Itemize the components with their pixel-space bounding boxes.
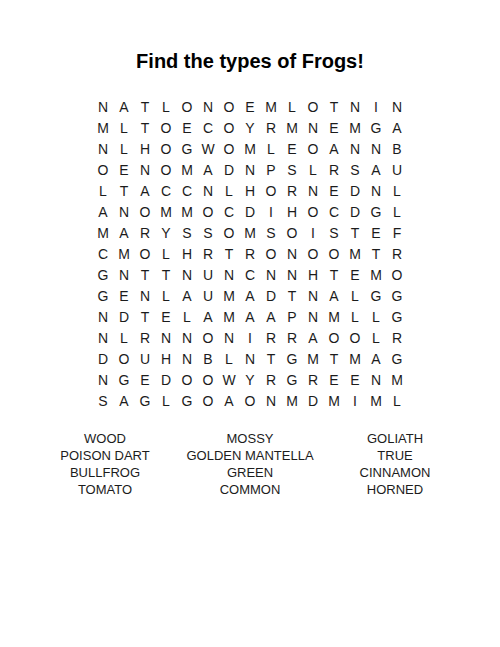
grid-cell[interactable]: I <box>345 390 366 411</box>
grid-cell[interactable]: P <box>282 306 303 327</box>
grid-cell[interactable]: R <box>387 243 408 264</box>
grid-cell[interactable]: G <box>366 201 387 222</box>
word-list-item: CINNAMON <box>323 464 468 481</box>
grid-cell[interactable]: A <box>114 96 135 117</box>
grid-cell[interactable]: M <box>366 390 387 411</box>
grid-cell[interactable]: S <box>177 222 198 243</box>
grid-cell[interactable]: A <box>219 390 240 411</box>
grid-cell[interactable]: M <box>387 369 408 390</box>
grid-cell[interactable]: N <box>135 285 156 306</box>
grid-cell[interactable]: O <box>219 96 240 117</box>
puzzle-page: Find the types of Frogs! NATLONOEMLOTNIN… <box>0 0 500 647</box>
grid-cell[interactable]: L <box>114 117 135 138</box>
word-search-grid: NATLONOEMLOTNINMLTOECOYRMNEMGANLHOGWOMLE… <box>93 96 408 411</box>
grid-cell[interactable]: T <box>261 348 282 369</box>
grid-cell[interactable]: L <box>156 390 177 411</box>
grid-cell[interactable]: O <box>177 96 198 117</box>
grid-cell[interactable]: S <box>93 390 114 411</box>
grid-cell[interactable]: Y <box>240 369 261 390</box>
grid-cell[interactable]: R <box>198 243 219 264</box>
grid-cell[interactable]: A <box>93 201 114 222</box>
grid-cell[interactable]: O <box>114 348 135 369</box>
grid-cell[interactable]: M <box>282 117 303 138</box>
grid-cell[interactable]: O <box>240 390 261 411</box>
grid-cell[interactable]: G <box>387 285 408 306</box>
grid-cell[interactable]: T <box>345 222 366 243</box>
grid-cell[interactable]: T <box>219 243 240 264</box>
grid-cell[interactable]: T <box>324 96 345 117</box>
grid-cell[interactable]: N <box>177 348 198 369</box>
grid-cell[interactable]: N <box>93 369 114 390</box>
grid-cell[interactable]: L <box>261 138 282 159</box>
grid-cell[interactable]: O <box>198 327 219 348</box>
grid-cell[interactable]: O <box>387 264 408 285</box>
grid-cell[interactable]: S <box>345 159 366 180</box>
grid-cell[interactable]: M <box>345 243 366 264</box>
grid-cell[interactable]: N <box>177 327 198 348</box>
grid-cell[interactable]: N <box>303 306 324 327</box>
word-list-column: GOLIATHTRUECINNAMONHORNED <box>323 430 468 498</box>
grid-cell[interactable]: I <box>366 96 387 117</box>
grid-cell[interactable]: M <box>219 285 240 306</box>
grid-cell[interactable]: R <box>303 369 324 390</box>
grid-cell[interactable]: R <box>261 369 282 390</box>
grid-cell[interactable]: G <box>282 348 303 369</box>
grid-cell[interactable]: N <box>303 285 324 306</box>
grid-cell[interactable]: N <box>114 201 135 222</box>
grid-cell[interactable]: L <box>156 243 177 264</box>
grid-cell[interactable]: L <box>177 306 198 327</box>
grid-cell[interactable]: S <box>261 222 282 243</box>
grid-cell[interactable]: L <box>114 327 135 348</box>
grid-cell[interactable]: N <box>93 306 114 327</box>
grid-cell[interactable]: D <box>240 201 261 222</box>
grid-cell[interactable]: E <box>114 285 135 306</box>
grid-cell[interactable]: G <box>177 138 198 159</box>
grid-cell[interactable]: N <box>156 327 177 348</box>
grid-cell[interactable]: O <box>135 201 156 222</box>
grid-cell[interactable]: O <box>345 327 366 348</box>
grid-cell[interactable]: F <box>387 222 408 243</box>
grid-cell[interactable]: G <box>366 117 387 138</box>
grid-cell[interactable]: T <box>324 264 345 285</box>
grid-cell[interactable]: M <box>282 390 303 411</box>
grid-cell[interactable]: H <box>135 138 156 159</box>
grid-cell[interactable]: U <box>135 348 156 369</box>
word-list-item: BULLFROG <box>33 464 178 481</box>
grid-cell[interactable]: L <box>156 285 177 306</box>
grid-cell[interactable]: T <box>324 348 345 369</box>
grid-cell[interactable]: R <box>324 159 345 180</box>
grid-cell[interactable]: R <box>387 327 408 348</box>
grid-cell[interactable]: N <box>135 159 156 180</box>
grid-cell[interactable]: O <box>156 159 177 180</box>
grid-cell[interactable]: O <box>198 201 219 222</box>
word-list-item: GOLIATH <box>323 430 468 447</box>
grid-cell[interactable]: M <box>324 306 345 327</box>
grid-cell[interactable]: H <box>240 180 261 201</box>
grid-cell[interactable]: N <box>366 180 387 201</box>
grid-cell[interactable]: R <box>135 327 156 348</box>
grid-cell[interactable]: O <box>282 222 303 243</box>
grid-cell[interactable]: T <box>156 264 177 285</box>
grid-cell[interactable]: D <box>156 369 177 390</box>
grid-cell[interactable]: M <box>93 117 114 138</box>
grid-cell[interactable]: L <box>219 180 240 201</box>
grid-cell[interactable]: T <box>135 264 156 285</box>
grid-cell[interactable]: L <box>366 306 387 327</box>
grid-cell[interactable]: H <box>303 264 324 285</box>
grid-cell[interactable]: E <box>345 264 366 285</box>
grid-cell[interactable]: E <box>156 306 177 327</box>
grid-cell[interactable]: R <box>261 117 282 138</box>
grid-cell[interactable]: S <box>282 159 303 180</box>
grid-cell[interactable]: H <box>177 243 198 264</box>
grid-cell[interactable]: G <box>177 390 198 411</box>
grid-cell[interactable]: M <box>345 348 366 369</box>
grid-cell[interactable]: G <box>93 264 114 285</box>
grid-cell[interactable]: A <box>261 306 282 327</box>
grid-cell[interactable]: E <box>135 369 156 390</box>
grid-cell[interactable]: T <box>366 243 387 264</box>
grid-cell[interactable]: D <box>303 390 324 411</box>
grid-cell[interactable]: D <box>114 306 135 327</box>
grid-cell[interactable]: L <box>387 201 408 222</box>
grid-cell[interactable]: A <box>198 306 219 327</box>
grid-cell[interactable]: M <box>156 201 177 222</box>
grid-cell[interactable]: N <box>366 369 387 390</box>
grid-cell[interactable]: O <box>219 138 240 159</box>
word-list-column: MOSSYGOLDEN MANTELLAGREENCOMMON <box>178 430 323 498</box>
grid-cell[interactable]: R <box>282 180 303 201</box>
grid-cell[interactable]: H <box>282 201 303 222</box>
grid-cell[interactable]: O <box>198 390 219 411</box>
grid-cell[interactable]: E <box>324 369 345 390</box>
grid-cell[interactable]: A <box>303 327 324 348</box>
grid-cell[interactable]: O <box>324 243 345 264</box>
grid-cell[interactable]: L <box>366 327 387 348</box>
grid-cell[interactable]: T <box>114 180 135 201</box>
grid-cell[interactable]: D <box>219 159 240 180</box>
grid-cell[interactable]: O <box>156 138 177 159</box>
grid-cell[interactable]: P <box>261 159 282 180</box>
grid-cell[interactable]: L <box>387 390 408 411</box>
grid-cell[interactable]: W <box>198 138 219 159</box>
grid-cell[interactable]: O <box>261 243 282 264</box>
word-list-item: TOMATO <box>33 481 178 498</box>
grid-cell[interactable]: N <box>345 138 366 159</box>
grid-cell[interactable]: L <box>387 180 408 201</box>
word-list-item: POISON DART <box>33 447 178 464</box>
grid-cell[interactable]: U <box>198 285 219 306</box>
word-list-item: WOOD <box>33 430 178 447</box>
grid-cell[interactable]: M <box>219 306 240 327</box>
grid-cell[interactable]: A <box>324 285 345 306</box>
grid-cell[interactable]: R <box>282 327 303 348</box>
grid-cell[interactable]: D <box>345 180 366 201</box>
grid-cell[interactable]: E <box>240 96 261 117</box>
grid-cell[interactable]: N <box>261 264 282 285</box>
grid-cell[interactable]: A <box>114 222 135 243</box>
grid-cell[interactable]: I <box>261 201 282 222</box>
grid-cell[interactable]: A <box>366 348 387 369</box>
word-list-item: TRUE <box>323 447 468 464</box>
word-list-item: GREEN <box>178 464 323 481</box>
grid-cell[interactable]: L <box>345 306 366 327</box>
grid-cell[interactable]: L <box>303 159 324 180</box>
grid-cell[interactable]: R <box>135 222 156 243</box>
grid-cell[interactable]: C <box>93 243 114 264</box>
grid-cell[interactable]: I <box>240 327 261 348</box>
grid-cell[interactable]: N <box>282 243 303 264</box>
word-list-column: WOODPOISON DARTBULLFROGTOMATO <box>33 430 178 498</box>
grid-cell[interactable]: T <box>135 306 156 327</box>
grid-cell[interactable]: M <box>93 222 114 243</box>
grid-cell[interactable]: O <box>219 222 240 243</box>
grid-cell[interactable]: M <box>303 348 324 369</box>
grid-cell[interactable]: A <box>135 180 156 201</box>
grid-cell[interactable]: C <box>198 117 219 138</box>
grid-cell[interactable]: I <box>303 222 324 243</box>
grid-cell[interactable]: R <box>240 243 261 264</box>
grid-cell[interactable]: E <box>345 369 366 390</box>
grid-cell[interactable]: A <box>198 159 219 180</box>
grid-cell[interactable]: O <box>93 159 114 180</box>
grid-cell[interactable]: O <box>198 369 219 390</box>
grid-cell[interactable]: S <box>198 222 219 243</box>
grid-cell[interactable]: N <box>114 264 135 285</box>
grid-cell[interactable]: N <box>219 327 240 348</box>
grid-cell[interactable]: M <box>114 243 135 264</box>
grid-cell[interactable]: U <box>198 264 219 285</box>
grid-cell[interactable]: M <box>240 138 261 159</box>
grid-cell[interactable]: M <box>177 159 198 180</box>
puzzle-title: Find the types of Frogs! <box>0 0 500 73</box>
grid-cell[interactable]: G <box>135 390 156 411</box>
grid-cell[interactable]: G <box>282 369 303 390</box>
grid-cell[interactable]: M <box>240 222 261 243</box>
grid-cell[interactable]: N <box>387 96 408 117</box>
grid-cell[interactable]: A <box>387 117 408 138</box>
grid-cell[interactable]: N <box>219 264 240 285</box>
grid-cell[interactable]: N <box>93 327 114 348</box>
grid-cell[interactable]: C <box>219 201 240 222</box>
grid-cell[interactable]: E <box>324 117 345 138</box>
grid-cell[interactable]: M <box>261 96 282 117</box>
grid-cell[interactable]: A <box>114 390 135 411</box>
word-list-item: HORNED <box>323 481 468 498</box>
grid-cell[interactable]: O <box>177 369 198 390</box>
grid-cell[interactable]: G <box>114 369 135 390</box>
grid-cell[interactable]: L <box>114 138 135 159</box>
grid-cell[interactable]: O <box>135 243 156 264</box>
grid-cell[interactable]: N <box>303 180 324 201</box>
grid-cell[interactable]: A <box>240 285 261 306</box>
grid-cell[interactable]: G <box>387 306 408 327</box>
grid-cell[interactable]: L <box>345 285 366 306</box>
grid-cell[interactable]: G <box>93 285 114 306</box>
grid-cell[interactable]: N <box>303 117 324 138</box>
grid-cell[interactable]: N <box>282 264 303 285</box>
grid-cell[interactable]: S <box>324 222 345 243</box>
grid-cell[interactable]: M <box>324 390 345 411</box>
grid-cell[interactable]: O <box>303 243 324 264</box>
grid-cell[interactable]: N <box>93 96 114 117</box>
grid-cell[interactable]: O <box>156 117 177 138</box>
grid-cell[interactable]: E <box>282 138 303 159</box>
grid-cell[interactable]: Y <box>156 222 177 243</box>
grid-cell[interactable]: N <box>198 96 219 117</box>
grid-cell[interactable]: B <box>198 348 219 369</box>
grid-cell[interactable]: E <box>177 117 198 138</box>
grid-cell[interactable]: C <box>156 180 177 201</box>
grid-cell[interactable]: U <box>387 159 408 180</box>
grid-cell[interactable]: O <box>324 327 345 348</box>
word-list-item: MOSSY <box>178 430 323 447</box>
grid-cell[interactable]: N <box>261 390 282 411</box>
grid-cell[interactable]: A <box>324 138 345 159</box>
grid-cell[interactable]: W <box>219 369 240 390</box>
grid-cell[interactable]: H <box>156 348 177 369</box>
grid-cell[interactable]: L <box>282 96 303 117</box>
grid-cell[interactable]: M <box>177 201 198 222</box>
grid-cell[interactable]: C <box>324 201 345 222</box>
grid-cell[interactable]: T <box>135 96 156 117</box>
grid-cell[interactable]: C <box>240 264 261 285</box>
grid-cell[interactable]: A <box>177 285 198 306</box>
grid-cell[interactable]: N <box>240 348 261 369</box>
word-list-item: GOLDEN MANTELLA <box>178 447 323 464</box>
grid-cell[interactable]: N <box>177 264 198 285</box>
grid-cell[interactable]: R <box>261 327 282 348</box>
grid-cell[interactable]: D <box>345 201 366 222</box>
grid-cell[interactable]: N <box>366 138 387 159</box>
grid-cell[interactable]: G <box>387 348 408 369</box>
grid-cell[interactable]: T <box>282 285 303 306</box>
grid-cell[interactable]: O <box>219 117 240 138</box>
grid-cell[interactable]: O <box>303 138 324 159</box>
grid-cell[interactable]: Y <box>240 117 261 138</box>
word-list: WOODPOISON DARTBULLFROGTOMATOMOSSYGOLDEN… <box>33 430 468 498</box>
grid-cell[interactable]: A <box>366 159 387 180</box>
grid-cell[interactable]: N <box>240 159 261 180</box>
grid-cell[interactable]: E <box>366 222 387 243</box>
grid-cell[interactable]: B <box>387 138 408 159</box>
grid-cell[interactable]: M <box>366 264 387 285</box>
grid-cell[interactable]: N <box>93 138 114 159</box>
grid-cell[interactable]: N <box>345 96 366 117</box>
grid-cell[interactable]: C <box>177 180 198 201</box>
word-list-item: COMMON <box>178 481 323 498</box>
grid-cell[interactable]: T <box>135 117 156 138</box>
grid-cell[interactable]: L <box>93 180 114 201</box>
grid-cell[interactable]: M <box>345 117 366 138</box>
grid-cell[interactable]: E <box>324 180 345 201</box>
grid-cell[interactable]: O <box>303 96 324 117</box>
grid-cell[interactable]: A <box>240 306 261 327</box>
grid-cell[interactable]: L <box>219 348 240 369</box>
grid-cell[interactable]: E <box>114 159 135 180</box>
grid-cell[interactable]: L <box>156 96 177 117</box>
grid-cell[interactable]: D <box>93 348 114 369</box>
grid-cell[interactable]: D <box>261 285 282 306</box>
grid-cell[interactable]: G <box>366 285 387 306</box>
grid-cell[interactable]: N <box>198 180 219 201</box>
grid-cell[interactable]: O <box>303 201 324 222</box>
grid-cell[interactable]: O <box>261 180 282 201</box>
